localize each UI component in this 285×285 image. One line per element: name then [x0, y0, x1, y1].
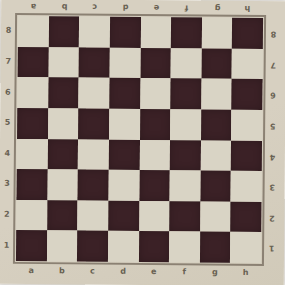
square-b5[interactable]	[48, 108, 79, 139]
square-g8[interactable]	[202, 18, 233, 49]
square-a4[interactable]	[17, 138, 48, 169]
square-g3[interactable]	[200, 171, 231, 202]
square-c6[interactable]	[79, 78, 110, 109]
file-label-bottom-d: d	[108, 265, 139, 279]
square-a1[interactable]	[16, 230, 47, 261]
file-label-bottom-c: c	[77, 264, 108, 278]
square-d7[interactable]	[109, 47, 140, 78]
square-d2[interactable]	[108, 200, 139, 231]
rank-label-right-2: 2	[265, 202, 278, 233]
square-b3[interactable]	[47, 169, 78, 200]
rank-label-right-1: 1	[265, 232, 278, 263]
file-label-bottom-f: f	[169, 265, 200, 279]
square-e3[interactable]	[139, 170, 170, 201]
rank-label-left-1: 1	[0, 230, 13, 261]
square-e8[interactable]	[140, 17, 171, 48]
square-e4[interactable]	[139, 139, 170, 170]
square-f8[interactable]	[171, 17, 202, 48]
square-e6[interactable]	[140, 78, 171, 109]
square-c2[interactable]	[77, 200, 108, 231]
square-f7[interactable]	[171, 48, 202, 79]
rank-label-right-8: 8	[267, 18, 280, 49]
square-c4[interactable]	[78, 139, 109, 170]
square-c1[interactable]	[77, 231, 108, 262]
square-h5[interactable]	[231, 110, 262, 141]
rank-label-left-4: 4	[1, 138, 14, 169]
square-b8[interactable]	[48, 16, 79, 47]
square-d1[interactable]	[108, 231, 139, 262]
square-c7[interactable]	[79, 47, 110, 78]
rank-label-right-3: 3	[265, 171, 278, 202]
board-frame	[13, 13, 266, 266]
square-d5[interactable]	[109, 109, 140, 140]
file-label-bottom-h: h	[230, 266, 261, 280]
rank-label-left-5: 5	[1, 108, 14, 139]
square-c3[interactable]	[78, 170, 109, 201]
square-d8[interactable]	[110, 17, 141, 48]
file-label-top-b: b	[49, 0, 80, 13]
square-b1[interactable]	[47, 231, 78, 262]
rank-label-left-3: 3	[0, 169, 13, 200]
rank-label-right-6: 6	[266, 79, 279, 110]
file-label-top-d: d	[110, 1, 141, 14]
square-a3[interactable]	[16, 169, 47, 200]
file-label-bottom-b: b	[46, 264, 77, 278]
square-h4[interactable]	[231, 140, 262, 171]
square-d6[interactable]	[109, 78, 140, 109]
square-g7[interactable]	[201, 48, 232, 79]
square-a2[interactable]	[16, 200, 47, 231]
square-a5[interactable]	[17, 108, 48, 139]
square-h6[interactable]	[232, 79, 263, 110]
square-a7[interactable]	[18, 47, 49, 78]
square-b7[interactable]	[48, 47, 79, 78]
square-b4[interactable]	[47, 139, 78, 170]
chessboard-mat: abcdefgh abcdefgh 87654321 87654321	[0, 0, 285, 285]
rank-label-right-5: 5	[266, 110, 279, 141]
file-label-bottom-g: g	[200, 266, 231, 280]
file-label-top-g: g	[202, 2, 233, 15]
rank-label-left-2: 2	[0, 200, 13, 231]
square-h3[interactable]	[231, 171, 262, 202]
square-f6[interactable]	[170, 78, 201, 109]
square-e7[interactable]	[140, 48, 171, 79]
square-b6[interactable]	[48, 77, 79, 108]
square-a6[interactable]	[17, 77, 48, 108]
file-label-top-c: c	[79, 0, 110, 13]
square-f2[interactable]	[169, 201, 200, 232]
square-f4[interactable]	[170, 140, 201, 171]
square-f3[interactable]	[170, 170, 201, 201]
square-h8[interactable]	[232, 18, 263, 49]
file-label-top-f: f	[171, 1, 202, 14]
square-h2[interactable]	[231, 202, 262, 233]
square-g6[interactable]	[201, 79, 232, 110]
square-d4[interactable]	[109, 139, 140, 170]
file-label-top-h: h	[232, 2, 263, 15]
rank-label-right-7: 7	[267, 49, 280, 80]
file-labels-bottom: abcdefgh	[16, 264, 261, 280]
square-g5[interactable]	[201, 109, 232, 140]
square-b2[interactable]	[47, 200, 78, 231]
file-label-bottom-a: a	[16, 264, 47, 278]
square-h1[interactable]	[230, 232, 261, 263]
square-d3[interactable]	[108, 170, 139, 201]
rank-label-left-8: 8	[2, 16, 15, 47]
square-c5[interactable]	[78, 108, 109, 139]
square-g2[interactable]	[200, 201, 231, 232]
rank-label-right-4: 4	[266, 141, 279, 172]
file-label-bottom-e: e	[138, 265, 169, 279]
square-e2[interactable]	[139, 201, 170, 232]
square-a8[interactable]	[18, 16, 49, 47]
square-g1[interactable]	[200, 232, 231, 263]
square-h7[interactable]	[232, 48, 263, 79]
square-g4[interactable]	[201, 140, 232, 171]
file-label-top-a: a	[18, 0, 49, 13]
board-photo: abcdefgh abcdefgh 87654321 87654321	[0, 0, 285, 285]
rank-labels-right: 87654321	[265, 18, 280, 263]
square-e1[interactable]	[138, 231, 169, 262]
square-f5[interactable]	[170, 109, 201, 140]
chess-board	[16, 16, 263, 263]
rank-label-left-7: 7	[2, 46, 15, 77]
square-c8[interactable]	[79, 16, 110, 47]
square-f1[interactable]	[169, 232, 200, 263]
file-label-top-e: e	[141, 1, 172, 14]
square-e5[interactable]	[140, 109, 171, 140]
rank-label-left-6: 6	[1, 77, 14, 108]
